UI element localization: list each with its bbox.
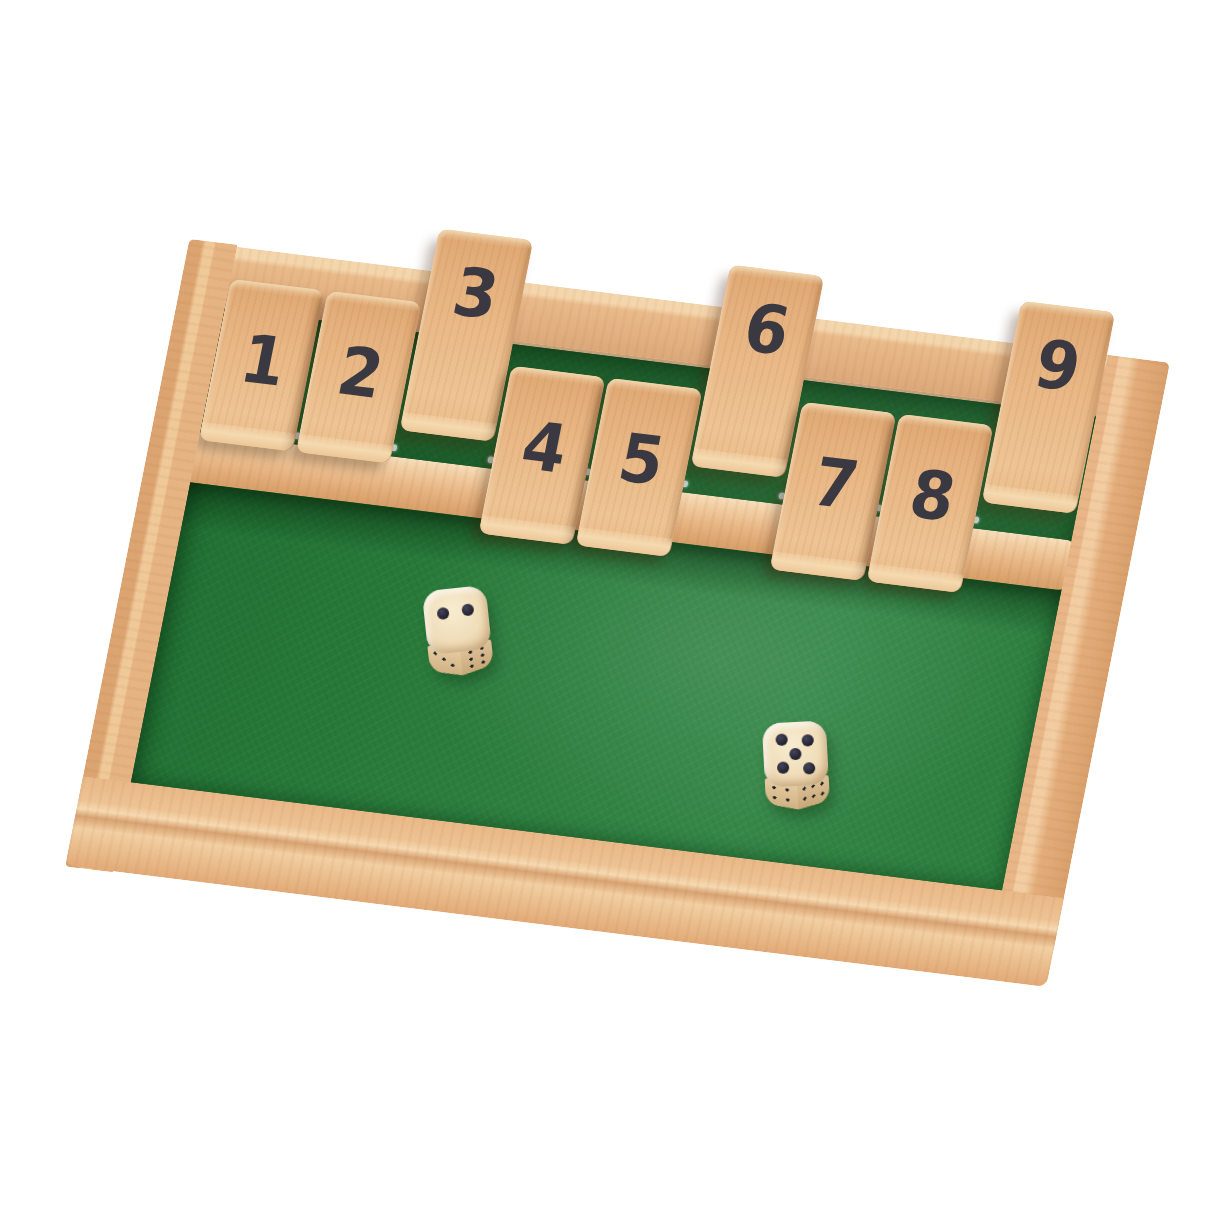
- tile-4-label: 4: [489, 404, 598, 492]
- tile-2-label: 2: [305, 329, 414, 417]
- tile-8-label: 8: [877, 452, 986, 540]
- die-2[interactable]: [762, 720, 830, 809]
- die-1[interactable]: [422, 585, 495, 677]
- tile-6-label: 6: [711, 286, 820, 374]
- tile-7-label: 7: [780, 440, 889, 528]
- tile-1-label: 1: [208, 317, 317, 405]
- tile-3-label: 3: [420, 250, 529, 338]
- tile-5-label: 5: [586, 416, 695, 504]
- scene: 1 2 3 4 5 6 7 8 9: [0, 0, 1214, 1214]
- tile-9-label: 9: [1002, 322, 1111, 410]
- die-1-top-face: [422, 585, 492, 655]
- die-2-top-face: [762, 720, 829, 787]
- shut-the-box-board: 1 2 3 4 5 6 7 8 9: [93, 243, 1140, 926]
